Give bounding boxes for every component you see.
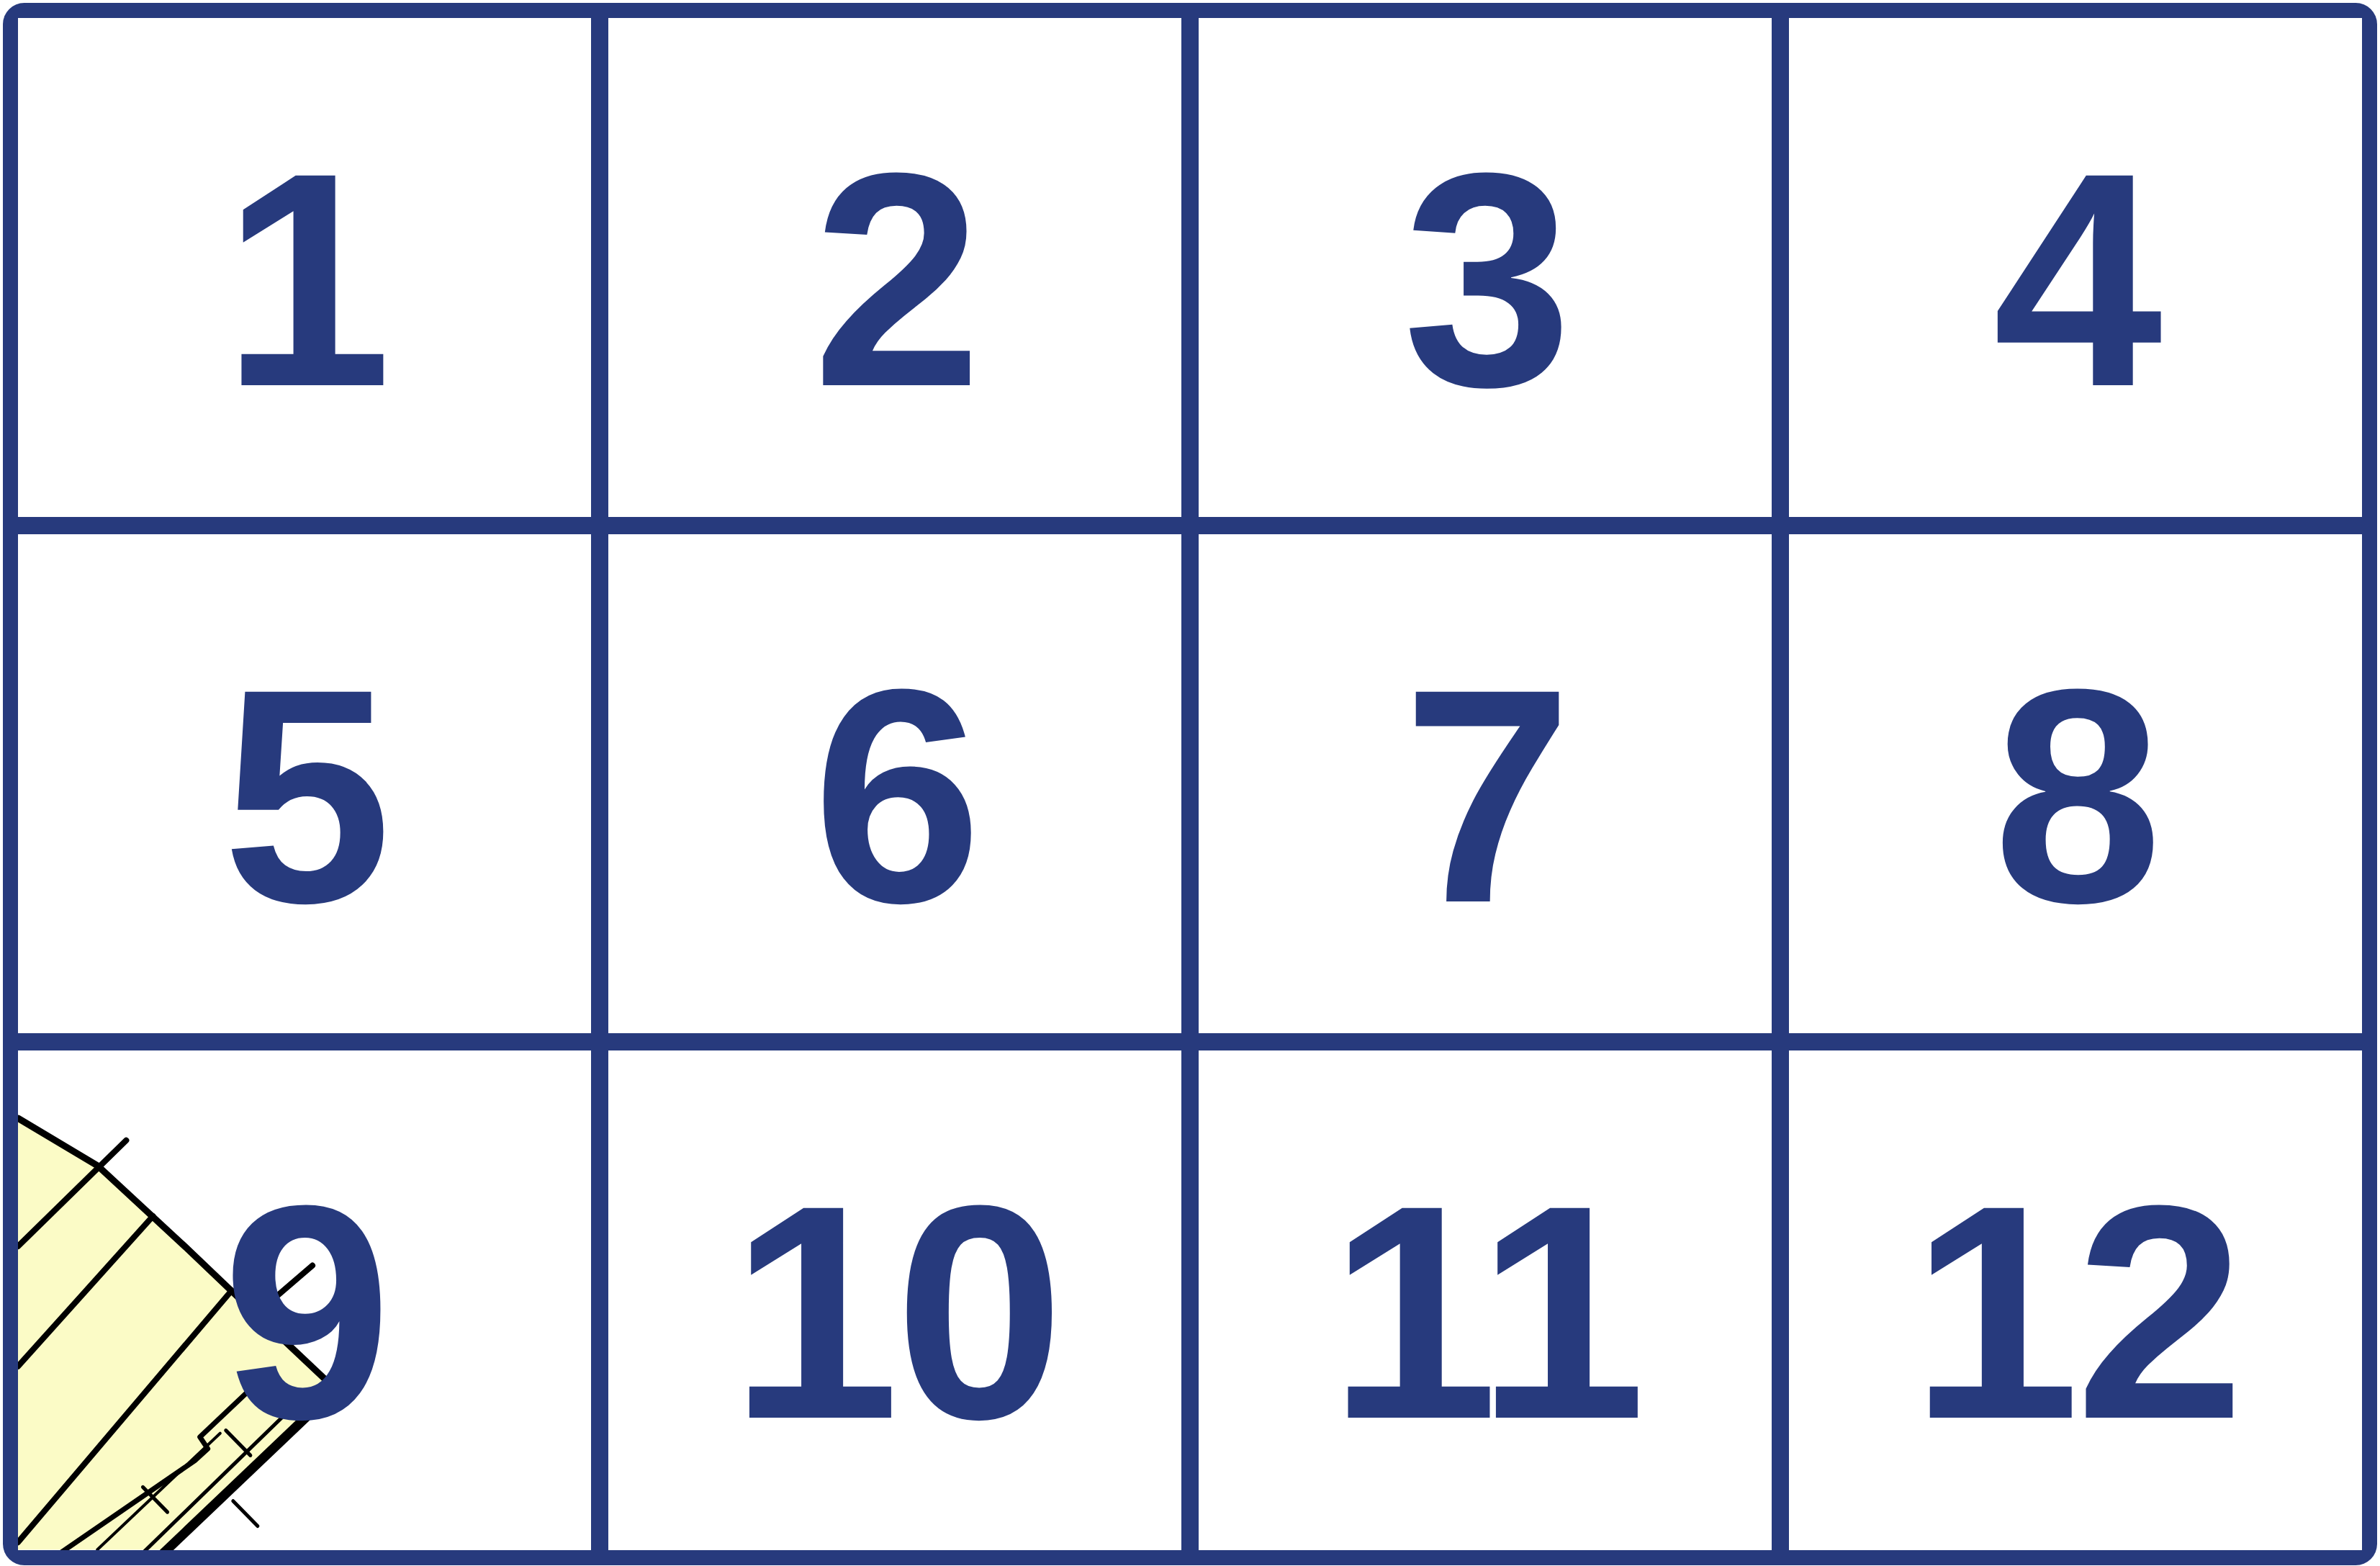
tile-11-number: 11	[1329, 1160, 1641, 1464]
tile-2[interactable]: 2	[608, 18, 1181, 517]
tile-7[interactable]: 7	[1199, 534, 1772, 1033]
tile-grid: 1 2 3 4 5 6 7 8	[3, 3, 2377, 1565]
tile-2-number: 2	[813, 127, 978, 432]
tile-board: 1 2 3 4 5 6 7 8	[3, 3, 2377, 1565]
map-tick-mark	[233, 1501, 258, 1526]
tile-4-number: 4	[1993, 127, 2158, 432]
tile-7-number: 7	[1403, 644, 1568, 948]
tile-6-number: 6	[813, 644, 978, 948]
tile-8[interactable]: 8	[1789, 534, 2362, 1033]
tile-11[interactable]: 11	[1199, 1050, 1772, 1549]
tile-10[interactable]: 10	[608, 1050, 1181, 1549]
tile-5-number: 5	[222, 644, 387, 948]
tile-6[interactable]: 6	[608, 534, 1181, 1033]
tile-9[interactable]: 9	[18, 1050, 591, 1549]
tile-12-number: 12	[1911, 1160, 2240, 1464]
tile-12[interactable]: 12	[1789, 1050, 2362, 1549]
tile-3-number: 3	[1403, 127, 1568, 432]
tile-10-number: 10	[730, 1160, 1059, 1464]
tile-3[interactable]: 3	[1199, 18, 1772, 517]
tile-1[interactable]: 1	[18, 18, 591, 517]
tile-9-number: 9	[222, 1160, 387, 1464]
tile-8-number: 8	[1993, 644, 2158, 948]
tile-5[interactable]: 5	[18, 534, 591, 1033]
tile-4[interactable]: 4	[1789, 18, 2362, 517]
tile-1-number: 1	[222, 127, 387, 432]
